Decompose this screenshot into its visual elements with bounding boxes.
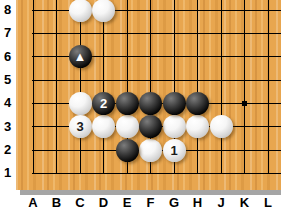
stone-black-G4[interactable] bbox=[163, 92, 186, 115]
grid-vline-K bbox=[244, 0, 245, 174]
row-label-8: 8 bbox=[0, 2, 15, 18]
stone-white-C8[interactable] bbox=[69, 0, 92, 22]
column-label-K: K bbox=[235, 196, 255, 210]
row-label-3: 3 bbox=[0, 119, 15, 135]
move-number-label-3: 3 bbox=[76, 120, 83, 133]
row-label-7: 7 bbox=[0, 25, 15, 41]
triangle-mark: ▲ bbox=[74, 50, 87, 63]
stone-white-C4[interactable] bbox=[69, 92, 92, 115]
stone-black-E4[interactable] bbox=[116, 92, 139, 115]
grid-vline-A bbox=[33, 0, 34, 174]
column-label-J: J bbox=[211, 196, 231, 210]
column-label-H: H bbox=[188, 196, 208, 210]
grid-vline-B bbox=[56, 0, 57, 174]
column-label-A: A bbox=[23, 196, 43, 210]
star-point-K4 bbox=[242, 101, 247, 106]
grid-vline-J bbox=[221, 0, 222, 174]
column-label-L: L bbox=[258, 196, 278, 210]
grid-hline-7 bbox=[32, 33, 281, 34]
move-number-label-1: 1 bbox=[170, 144, 177, 157]
stone-black-H4[interactable] bbox=[186, 92, 209, 115]
stone-white-G2[interactable]: 1 bbox=[163, 139, 186, 162]
column-label-F: F bbox=[141, 196, 161, 210]
row-label-6: 6 bbox=[0, 49, 15, 65]
stone-white-G3[interactable] bbox=[163, 115, 186, 138]
grid-vline-H bbox=[197, 0, 198, 174]
stone-white-F2[interactable] bbox=[139, 139, 162, 162]
column-label-C: C bbox=[70, 196, 90, 210]
column-label-B: B bbox=[47, 196, 67, 210]
stone-white-E3[interactable] bbox=[116, 115, 139, 138]
column-label-D: D bbox=[94, 196, 114, 210]
stone-white-C3[interactable]: 3 bbox=[69, 115, 92, 138]
go-board-diagram: ABCDEFGHJKL87654321 31▲2 bbox=[0, 0, 281, 212]
row-label-2: 2 bbox=[0, 142, 15, 158]
row-label-5: 5 bbox=[0, 72, 15, 88]
grid-hline-5 bbox=[32, 80, 281, 81]
grid-vline-L bbox=[268, 0, 269, 174]
stone-white-D8[interactable] bbox=[92, 0, 115, 22]
grid-vline-D bbox=[103, 0, 104, 174]
stone-black-F4[interactable] bbox=[139, 92, 162, 115]
grid-hline-1 bbox=[32, 173, 281, 174]
column-label-E: E bbox=[117, 196, 137, 210]
move-number-label-2: 2 bbox=[100, 97, 107, 110]
grid-vline-C bbox=[80, 0, 81, 174]
row-label-4: 4 bbox=[0, 95, 15, 111]
stone-black-C6[interactable]: ▲ bbox=[69, 45, 92, 68]
row-label-1: 1 bbox=[0, 165, 15, 181]
column-label-G: G bbox=[164, 196, 184, 210]
stone-white-J3[interactable] bbox=[210, 115, 233, 138]
stone-black-D4[interactable]: 2 bbox=[92, 92, 115, 115]
stone-black-E2[interactable] bbox=[116, 139, 139, 162]
